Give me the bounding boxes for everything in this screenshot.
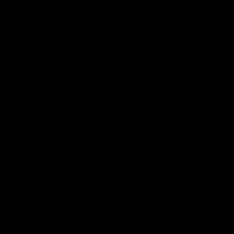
chess-diagram <box>0 0 234 234</box>
board-frame <box>0 0 234 234</box>
chess-board <box>4 4 230 230</box>
